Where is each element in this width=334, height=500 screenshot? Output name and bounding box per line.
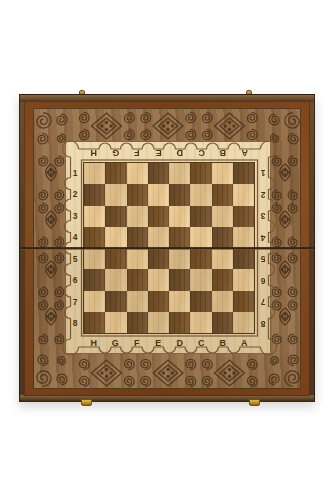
diamond-medallion-motif (79, 112, 257, 139)
square-a7[interactable] (233, 291, 254, 312)
square-d4[interactable] (169, 227, 190, 248)
square-h5[interactable] (84, 248, 105, 269)
square-f7[interactable] (127, 291, 148, 312)
square-b3[interactable] (212, 206, 233, 227)
square-d1[interactable] (169, 163, 190, 184)
square-f1[interactable] (127, 163, 148, 184)
square-b5[interactable] (212, 248, 233, 269)
chess-box: HGFEDCBA HGFEDCBA 12345678 12345678 (19, 94, 315, 402)
square-g5[interactable] (105, 248, 126, 269)
square-d2[interactable] (169, 184, 190, 205)
square-h2[interactable] (84, 184, 105, 205)
square-d3[interactable] (169, 206, 190, 227)
square-c5[interactable] (190, 248, 211, 269)
square-c3[interactable] (190, 206, 211, 227)
square-a3[interactable] (233, 206, 254, 227)
square-e5[interactable] (148, 248, 169, 269)
square-f8[interactable] (127, 312, 148, 333)
square-g3[interactable] (105, 206, 126, 227)
square-g7[interactable] (105, 291, 126, 312)
square-d5[interactable] (169, 248, 190, 269)
square-a8[interactable] (233, 312, 254, 333)
square-e4[interactable] (148, 227, 169, 248)
bottom-band-motifs (37, 355, 299, 387)
product-photo-stage: HGFEDCBA HGFEDCBA 12345678 12345678 (0, 0, 334, 500)
square-c7[interactable] (190, 291, 211, 312)
square-g6[interactable] (105, 269, 126, 290)
square-a4[interactable] (233, 227, 254, 248)
fold-seam (20, 247, 314, 250)
square-e2[interactable] (148, 184, 169, 205)
square-g4[interactable] (105, 227, 126, 248)
square-h6[interactable] (84, 269, 105, 290)
square-g1[interactable] (105, 163, 126, 184)
ogee-chain-motif (39, 156, 64, 344)
square-h1[interactable] (84, 163, 105, 184)
square-a5[interactable] (233, 248, 254, 269)
square-e7[interactable] (148, 291, 169, 312)
square-h8[interactable] (84, 312, 105, 333)
square-d6[interactable] (169, 269, 190, 290)
square-b2[interactable] (212, 184, 233, 205)
square-d8[interactable] (169, 312, 190, 333)
square-h4[interactable] (84, 227, 105, 248)
square-c2[interactable] (190, 184, 211, 205)
square-b1[interactable] (212, 163, 233, 184)
square-f5[interactable] (127, 248, 148, 269)
square-c4[interactable] (190, 227, 211, 248)
square-b7[interactable] (212, 291, 233, 312)
latch-icon (81, 399, 92, 406)
square-e8[interactable] (148, 312, 169, 333)
square-a6[interactable] (233, 269, 254, 290)
square-f3[interactable] (127, 206, 148, 227)
square-f2[interactable] (127, 184, 148, 205)
square-c6[interactable] (190, 269, 211, 290)
square-e3[interactable] (148, 206, 169, 227)
square-d7[interactable] (169, 291, 190, 312)
square-b4[interactable] (212, 227, 233, 248)
square-h3[interactable] (84, 206, 105, 227)
square-f4[interactable] (127, 227, 148, 248)
square-f6[interactable] (127, 269, 148, 290)
square-c1[interactable] (190, 163, 211, 184)
square-g2[interactable] (105, 184, 126, 205)
square-h7[interactable] (84, 291, 105, 312)
square-e6[interactable] (148, 269, 169, 290)
square-b8[interactable] (212, 312, 233, 333)
square-c8[interactable] (190, 312, 211, 333)
square-b6[interactable] (212, 269, 233, 290)
square-e1[interactable] (148, 163, 169, 184)
square-a1[interactable] (233, 163, 254, 184)
square-a2[interactable] (233, 184, 254, 205)
latch-icon (249, 399, 260, 406)
square-g8[interactable] (105, 312, 126, 333)
